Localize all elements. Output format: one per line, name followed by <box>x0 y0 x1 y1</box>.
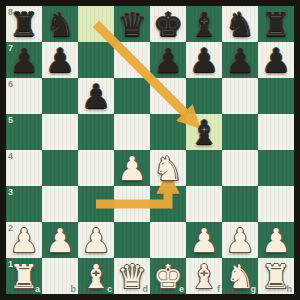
square-d1[interactable]: d♛ <box>114 258 150 294</box>
square-g4[interactable] <box>222 150 258 186</box>
piece-white-knight[interactable]: ♞ <box>150 150 186 186</box>
square-h7[interactable]: ♟ <box>258 42 294 78</box>
piece-white-rook[interactable]: ♜ <box>6 258 42 294</box>
square-d8[interactable]: ♛ <box>114 6 150 42</box>
square-h2[interactable]: ♟ <box>258 222 294 258</box>
square-f5[interactable]: ♝ <box>186 114 222 150</box>
board-frame: 8♜♞♛♚♝♞♜7♟♟♟♟♟♟6♟5♝4♟♞32♟♟♟♟♟♟1a♜bc♝d♛e♚… <box>0 0 300 300</box>
square-g5[interactable] <box>222 114 258 150</box>
square-a8[interactable]: 8♜ <box>6 6 42 42</box>
square-f8[interactable]: ♝ <box>186 6 222 42</box>
square-c4[interactable] <box>78 150 114 186</box>
piece-white-pawn[interactable]: ♟ <box>258 222 294 258</box>
square-b1[interactable]: b <box>42 258 78 294</box>
square-g3[interactable] <box>222 186 258 222</box>
piece-black-queen[interactable]: ♛ <box>114 6 150 42</box>
square-h3[interactable] <box>258 186 294 222</box>
square-h5[interactable] <box>258 114 294 150</box>
square-a5[interactable]: 5 <box>6 114 42 150</box>
square-g8[interactable]: ♞ <box>222 6 258 42</box>
square-g2[interactable]: ♟ <box>222 222 258 258</box>
square-f7[interactable]: ♟ <box>186 42 222 78</box>
piece-black-bishop[interactable]: ♝ <box>186 6 222 42</box>
square-b2[interactable]: ♟ <box>42 222 78 258</box>
piece-black-pawn[interactable]: ♟ <box>222 42 258 78</box>
square-h8[interactable]: ♜ <box>258 6 294 42</box>
square-d4[interactable]: ♟ <box>114 150 150 186</box>
square-f4[interactable] <box>186 150 222 186</box>
piece-black-bishop[interactable]: ♝ <box>186 114 222 150</box>
square-a6[interactable]: 6 <box>6 78 42 114</box>
square-e8[interactable]: ♚ <box>150 6 186 42</box>
square-b5[interactable] <box>42 114 78 150</box>
piece-white-king[interactable]: ♚ <box>150 258 186 294</box>
piece-black-pawn[interactable]: ♟ <box>42 42 78 78</box>
square-a3[interactable]: 3 <box>6 186 42 222</box>
rank-label-5: 5 <box>8 115 13 125</box>
square-f2[interactable]: ♟ <box>186 222 222 258</box>
square-d6[interactable] <box>114 78 150 114</box>
square-g1[interactable]: g♞ <box>222 258 258 294</box>
rank-label-3: 3 <box>8 187 13 197</box>
piece-white-pawn[interactable]: ♟ <box>42 222 78 258</box>
square-c2[interactable]: ♟ <box>78 222 114 258</box>
piece-black-pawn[interactable]: ♟ <box>186 42 222 78</box>
square-h1[interactable]: h♜ <box>258 258 294 294</box>
piece-white-pawn[interactable]: ♟ <box>186 222 222 258</box>
square-b4[interactable] <box>42 150 78 186</box>
square-g6[interactable] <box>222 78 258 114</box>
piece-white-rook[interactable]: ♜ <box>258 258 294 294</box>
square-e4[interactable]: ♞ <box>150 150 186 186</box>
piece-black-rook[interactable]: ♜ <box>258 6 294 42</box>
square-e5[interactable] <box>150 114 186 150</box>
square-b8[interactable]: ♞ <box>42 6 78 42</box>
square-g7[interactable]: ♟ <box>222 42 258 78</box>
square-b3[interactable] <box>42 186 78 222</box>
piece-black-pawn[interactable]: ♟ <box>6 42 42 78</box>
piece-black-pawn[interactable]: ♟ <box>78 78 114 114</box>
piece-white-queen[interactable]: ♛ <box>114 258 150 294</box>
rank-label-4: 4 <box>8 151 13 161</box>
square-c8[interactable] <box>78 6 114 42</box>
piece-black-knight[interactable]: ♞ <box>222 6 258 42</box>
piece-white-pawn[interactable]: ♟ <box>78 222 114 258</box>
square-a2[interactable]: 2♟ <box>6 222 42 258</box>
piece-white-pawn[interactable]: ♟ <box>222 222 258 258</box>
square-d7[interactable] <box>114 42 150 78</box>
square-h6[interactable] <box>258 78 294 114</box>
square-a1[interactable]: 1a♜ <box>6 258 42 294</box>
piece-white-bishop[interactable]: ♝ <box>186 258 222 294</box>
square-d3[interactable] <box>114 186 150 222</box>
square-c3[interactable] <box>78 186 114 222</box>
square-f3[interactable] <box>186 186 222 222</box>
piece-black-knight[interactable]: ♞ <box>42 6 78 42</box>
square-a7[interactable]: 7♟ <box>6 42 42 78</box>
file-label-b: b <box>71 284 77 294</box>
piece-black-king[interactable]: ♚ <box>150 6 186 42</box>
square-e2[interactable] <box>150 222 186 258</box>
square-c6[interactable]: ♟ <box>78 78 114 114</box>
square-b6[interactable] <box>42 78 78 114</box>
square-d2[interactable] <box>114 222 150 258</box>
rank-label-6: 6 <box>8 79 13 89</box>
square-f6[interactable] <box>186 78 222 114</box>
square-e6[interactable] <box>150 78 186 114</box>
square-d5[interactable] <box>114 114 150 150</box>
chess-board: 8♜♞♛♚♝♞♜7♟♟♟♟♟♟6♟5♝4♟♞32♟♟♟♟♟♟1a♜bc♝d♛e♚… <box>6 6 294 294</box>
piece-black-rook[interactable]: ♜ <box>6 6 42 42</box>
piece-white-knight[interactable]: ♞ <box>222 258 258 294</box>
piece-white-pawn[interactable]: ♟ <box>114 150 150 186</box>
square-e1[interactable]: e♚ <box>150 258 186 294</box>
piece-black-pawn[interactable]: ♟ <box>258 42 294 78</box>
square-c7[interactable] <box>78 42 114 78</box>
piece-white-pawn[interactable]: ♟ <box>6 222 42 258</box>
piece-white-bishop[interactable]: ♝ <box>78 258 114 294</box>
square-c5[interactable] <box>78 114 114 150</box>
square-c1[interactable]: c♝ <box>78 258 114 294</box>
square-h4[interactable] <box>258 150 294 186</box>
square-b7[interactable]: ♟ <box>42 42 78 78</box>
square-e7[interactable]: ♟ <box>150 42 186 78</box>
piece-black-pawn[interactable]: ♟ <box>150 42 186 78</box>
square-e3[interactable] <box>150 186 186 222</box>
square-f1[interactable]: f♝ <box>186 258 222 294</box>
square-a4[interactable]: 4 <box>6 150 42 186</box>
